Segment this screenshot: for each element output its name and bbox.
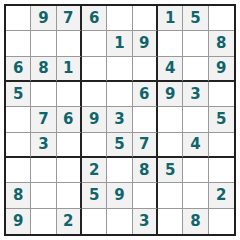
sudoku-cell-r5c8[interactable] — [183, 107, 208, 132]
sudoku-cell-r4c6[interactable]: 6 — [133, 82, 158, 107]
sudoku-cell-r3c9[interactable]: 9 — [209, 57, 234, 82]
sudoku-cell-r5c1[interactable] — [6, 107, 31, 132]
sudoku-cell-r1c5[interactable] — [107, 6, 132, 31]
sudoku-cell-r2c6[interactable]: 9 — [133, 31, 158, 56]
sudoku-cell-r9c1[interactable]: 9 — [6, 209, 31, 234]
sudoku-cell-r1c6[interactable] — [133, 6, 158, 31]
sudoku-cell-r2c2[interactable] — [31, 31, 56, 56]
sudoku-cell-r3c2[interactable]: 8 — [31, 57, 56, 82]
sudoku-cell-r8c2[interactable] — [31, 183, 56, 208]
sudoku-cell-r8c8[interactable] — [183, 183, 208, 208]
sudoku-cell-r4c7[interactable]: 9 — [158, 82, 183, 107]
sudoku-cell-r4c4[interactable] — [82, 82, 107, 107]
sudoku-cell-r1c2[interactable]: 9 — [31, 6, 56, 31]
sudoku-cell-r5c9[interactable]: 5 — [209, 107, 234, 132]
sudoku-cell-r9c4[interactable] — [82, 209, 107, 234]
sudoku-cell-r4c3[interactable] — [57, 82, 82, 107]
sudoku-cell-r2c9[interactable]: 8 — [209, 31, 234, 56]
sudoku-cell-r8c9[interactable]: 2 — [209, 183, 234, 208]
sudoku-cell-r9c6[interactable]: 3 — [133, 209, 158, 234]
sudoku-cell-r4c2[interactable] — [31, 82, 56, 107]
sudoku-cell-r2c1[interactable] — [6, 31, 31, 56]
sudoku-cell-r3c7[interactable]: 4 — [158, 57, 183, 82]
sudoku-cell-r6c9[interactable] — [209, 133, 234, 158]
sudoku-cell-r4c5[interactable] — [107, 82, 132, 107]
sudoku-cell-r6c1[interactable] — [6, 133, 31, 158]
sudoku-cell-r7c6[interactable]: 8 — [133, 158, 158, 183]
sudoku-cell-r2c3[interactable] — [57, 31, 82, 56]
sudoku-cell-r8c7[interactable] — [158, 183, 183, 208]
sudoku-cell-r6c6[interactable]: 7 — [133, 133, 158, 158]
sudoku-cell-r6c8[interactable]: 4 — [183, 133, 208, 158]
sudoku-cell-r8c1[interactable]: 8 — [6, 183, 31, 208]
sudoku-cell-r8c6[interactable] — [133, 183, 158, 208]
sudoku-cell-r5c3[interactable]: 6 — [57, 107, 82, 132]
sudoku-cell-r6c7[interactable] — [158, 133, 183, 158]
sudoku-cell-r9c2[interactable] — [31, 209, 56, 234]
sudoku-cell-r7c4[interactable]: 2 — [82, 158, 107, 183]
sudoku-cell-r6c5[interactable]: 5 — [107, 133, 132, 158]
sudoku-cell-r2c4[interactable] — [82, 31, 107, 56]
sudoku-board: 9761519868149569376935357428585929238 — [4, 4, 236, 236]
sudoku-cell-r7c3[interactable] — [57, 158, 82, 183]
sudoku-cell-r5c7[interactable] — [158, 107, 183, 132]
sudoku-cell-r1c8[interactable]: 5 — [183, 6, 208, 31]
sudoku-cell-r3c5[interactable] — [107, 57, 132, 82]
sudoku-cell-r5c6[interactable] — [133, 107, 158, 132]
sudoku-cell-r9c3[interactable]: 2 — [57, 209, 82, 234]
sudoku-cell-r7c2[interactable] — [31, 158, 56, 183]
sudoku-cell-r8c5[interactable]: 9 — [107, 183, 132, 208]
sudoku-cell-r5c5[interactable]: 3 — [107, 107, 132, 132]
sudoku-cell-r4c1[interactable]: 5 — [6, 82, 31, 107]
sudoku-cell-r7c8[interactable] — [183, 158, 208, 183]
sudoku-cell-r7c9[interactable] — [209, 158, 234, 183]
sudoku-cell-r1c3[interactable]: 7 — [57, 6, 82, 31]
sudoku-cell-r3c8[interactable] — [183, 57, 208, 82]
sudoku-cell-r1c4[interactable]: 6 — [82, 6, 107, 31]
sudoku-cell-r9c9[interactable] — [209, 209, 234, 234]
sudoku-cell-r8c4[interactable]: 5 — [82, 183, 107, 208]
sudoku-cell-r9c5[interactable] — [107, 209, 132, 234]
sudoku-cell-r2c7[interactable] — [158, 31, 183, 56]
sudoku-cell-r1c9[interactable] — [209, 6, 234, 31]
sudoku-cell-r2c8[interactable] — [183, 31, 208, 56]
sudoku-cell-r3c6[interactable] — [133, 57, 158, 82]
sudoku-cell-r4c9[interactable] — [209, 82, 234, 107]
sudoku-cell-r3c1[interactable]: 6 — [6, 57, 31, 82]
sudoku-cell-r5c2[interactable]: 7 — [31, 107, 56, 132]
sudoku-cell-r6c2[interactable]: 3 — [31, 133, 56, 158]
sudoku-frame: 9761519868149569376935357428585929238 — [0, 0, 240, 240]
sudoku-cell-r1c1[interactable] — [6, 6, 31, 31]
sudoku-cell-r6c4[interactable] — [82, 133, 107, 158]
sudoku-cell-r3c4[interactable] — [82, 57, 107, 82]
sudoku-cell-r3c3[interactable]: 1 — [57, 57, 82, 82]
sudoku-cell-r8c3[interactable] — [57, 183, 82, 208]
sudoku-cell-r7c1[interactable] — [6, 158, 31, 183]
sudoku-cell-r4c8[interactable]: 3 — [183, 82, 208, 107]
sudoku-cell-r7c7[interactable]: 5 — [158, 158, 183, 183]
sudoku-cell-r6c3[interactable] — [57, 133, 82, 158]
sudoku-cell-r2c5[interactable]: 1 — [107, 31, 132, 56]
sudoku-cell-r5c4[interactable]: 9 — [82, 107, 107, 132]
sudoku-cell-r1c7[interactable]: 1 — [158, 6, 183, 31]
sudoku-cell-r9c8[interactable]: 8 — [183, 209, 208, 234]
sudoku-cell-r7c5[interactable] — [107, 158, 132, 183]
sudoku-cell-r9c7[interactable] — [158, 209, 183, 234]
